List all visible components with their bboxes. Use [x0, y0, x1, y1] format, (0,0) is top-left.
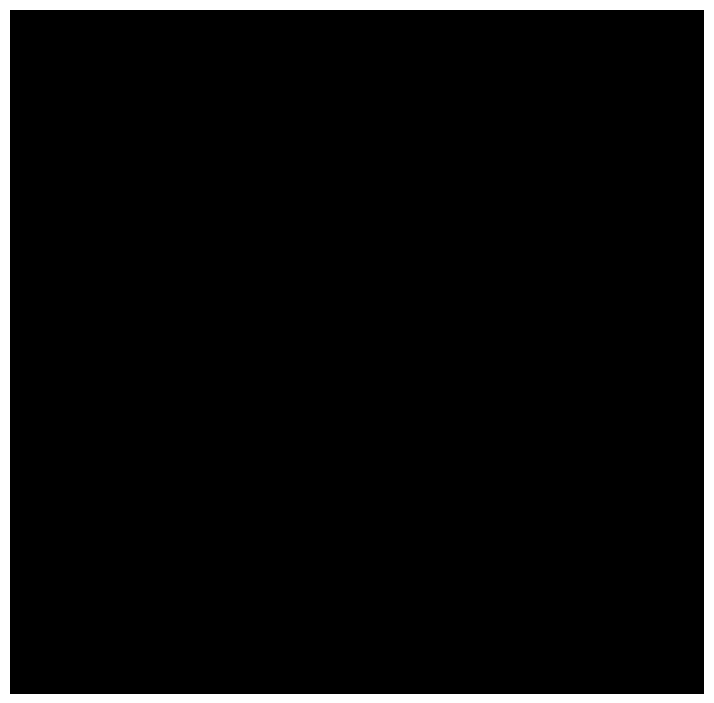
crossword-puzzle	[0, 0, 714, 703]
crossword-grid	[10, 10, 704, 694]
